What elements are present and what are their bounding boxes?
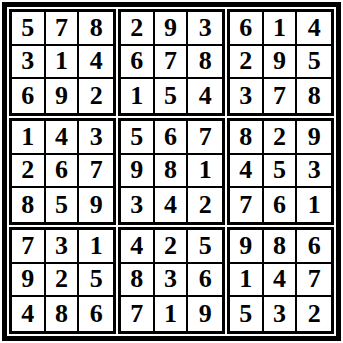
cell-r3c3[interactable]: 2 [79,79,113,113]
cell-r8c2[interactable]: 2 [46,264,80,298]
cell-r5c7[interactable]: 4 [230,155,264,189]
cell-r9c5[interactable]: 1 [155,297,189,331]
cell-r7c6[interactable]: 5 [188,230,222,264]
cell-r2c9[interactable]: 5 [297,46,331,80]
cell-r2c8[interactable]: 9 [264,46,298,80]
cell-r8c6[interactable]: 6 [188,264,222,298]
cell-r5c9[interactable]: 3 [297,155,331,189]
cell-r9c3[interactable]: 6 [79,297,113,331]
cell-r5c3[interactable]: 7 [79,155,113,189]
cell-r5c8[interactable]: 5 [264,155,298,189]
cell-r9c8[interactable]: 3 [264,297,298,331]
cell-r7c2[interactable]: 3 [46,230,80,264]
cell-r3c7[interactable]: 3 [230,79,264,113]
cell-r9c9[interactable]: 2 [297,297,331,331]
cell-r7c8[interactable]: 8 [264,230,298,264]
cell-r3c2[interactable]: 9 [46,79,80,113]
cell-r8c9[interactable]: 7 [297,264,331,298]
cell-r5c2[interactable]: 6 [46,155,80,189]
cell-r5c5[interactable]: 8 [155,155,189,189]
cell-r2c1[interactable]: 3 [12,46,46,80]
cell-r3c6[interactable]: 4 [188,79,222,113]
sudoku-box-1: 578314692 [9,9,116,116]
cell-r1c4[interactable]: 2 [121,12,155,46]
page: 5783146922936781546142953781432678595679… [0,0,343,343]
cell-r6c2[interactable]: 5 [46,188,80,222]
cell-r9c7[interactable]: 5 [230,297,264,331]
sudoku-board: 5783146922936781546142953781432678595679… [2,2,341,341]
cell-r7c5[interactable]: 2 [155,230,189,264]
cell-r5c4[interactable]: 9 [121,155,155,189]
sudoku-box-8: 425836719 [118,227,225,334]
cell-r6c8[interactable]: 6 [264,188,298,222]
cell-r7c7[interactable]: 9 [230,230,264,264]
cell-r8c4[interactable]: 8 [121,264,155,298]
cell-r7c9[interactable]: 6 [297,230,331,264]
sudoku-box-6: 829453761 [227,118,334,225]
cell-r5c1[interactable]: 2 [12,155,46,189]
cell-r6c7[interactable]: 7 [230,188,264,222]
cell-r4c6[interactable]: 7 [188,121,222,155]
sudoku-box-3: 614295378 [227,9,334,116]
cell-r3c5[interactable]: 5 [155,79,189,113]
cell-r2c4[interactable]: 6 [121,46,155,80]
cell-r2c2[interactable]: 1 [46,46,80,80]
cell-r7c1[interactable]: 7 [12,230,46,264]
cell-r9c6[interactable]: 9 [188,297,222,331]
cell-r8c3[interactable]: 5 [79,264,113,298]
cell-r3c8[interactable]: 7 [264,79,298,113]
cell-r6c5[interactable]: 4 [155,188,189,222]
cell-r6c4[interactable]: 3 [121,188,155,222]
cell-r8c7[interactable]: 1 [230,264,264,298]
cell-r1c9[interactable]: 4 [297,12,331,46]
cell-r6c9[interactable]: 1 [297,188,331,222]
cell-r2c7[interactable]: 2 [230,46,264,80]
cell-r2c3[interactable]: 4 [79,46,113,80]
cell-r1c5[interactable]: 9 [155,12,189,46]
sudoku-box-2: 293678154 [118,9,225,116]
cell-r5c6[interactable]: 1 [188,155,222,189]
cell-r1c8[interactable]: 1 [264,12,298,46]
cell-r7c3[interactable]: 1 [79,230,113,264]
cell-r4c8[interactable]: 2 [264,121,298,155]
cell-r3c1[interactable]: 6 [12,79,46,113]
cell-r7c4[interactable]: 4 [121,230,155,264]
cell-r4c1[interactable]: 1 [12,121,46,155]
cell-r1c2[interactable]: 7 [46,12,80,46]
cell-r9c2[interactable]: 8 [46,297,80,331]
cell-r6c1[interactable]: 8 [12,188,46,222]
cell-r4c3[interactable]: 3 [79,121,113,155]
cell-r9c1[interactable]: 4 [12,297,46,331]
cell-r6c3[interactable]: 9 [79,188,113,222]
cell-r4c2[interactable]: 4 [46,121,80,155]
cell-r6c6[interactable]: 2 [188,188,222,222]
cell-r3c9[interactable]: 8 [297,79,331,113]
cell-r2c5[interactable]: 7 [155,46,189,80]
cell-r8c5[interactable]: 3 [155,264,189,298]
cell-r1c6[interactable]: 3 [188,12,222,46]
sudoku-box-7: 731925486 [9,227,116,334]
sudoku-box-9: 986147532 [227,227,334,334]
cell-r2c6[interactable]: 8 [188,46,222,80]
cell-r1c3[interactable]: 8 [79,12,113,46]
sudoku-box-4: 143267859 [9,118,116,225]
cell-r1c1[interactable]: 5 [12,12,46,46]
cell-r8c1[interactable]: 9 [12,264,46,298]
cell-r8c8[interactable]: 4 [264,264,298,298]
cell-r4c7[interactable]: 8 [230,121,264,155]
cell-r3c4[interactable]: 1 [121,79,155,113]
cell-r4c5[interactable]: 6 [155,121,189,155]
cell-r4c4[interactable]: 5 [121,121,155,155]
sudoku-box-5: 567981342 [118,118,225,225]
cell-r4c9[interactable]: 9 [297,121,331,155]
cell-r9c4[interactable]: 7 [121,297,155,331]
cell-r1c7[interactable]: 6 [230,12,264,46]
